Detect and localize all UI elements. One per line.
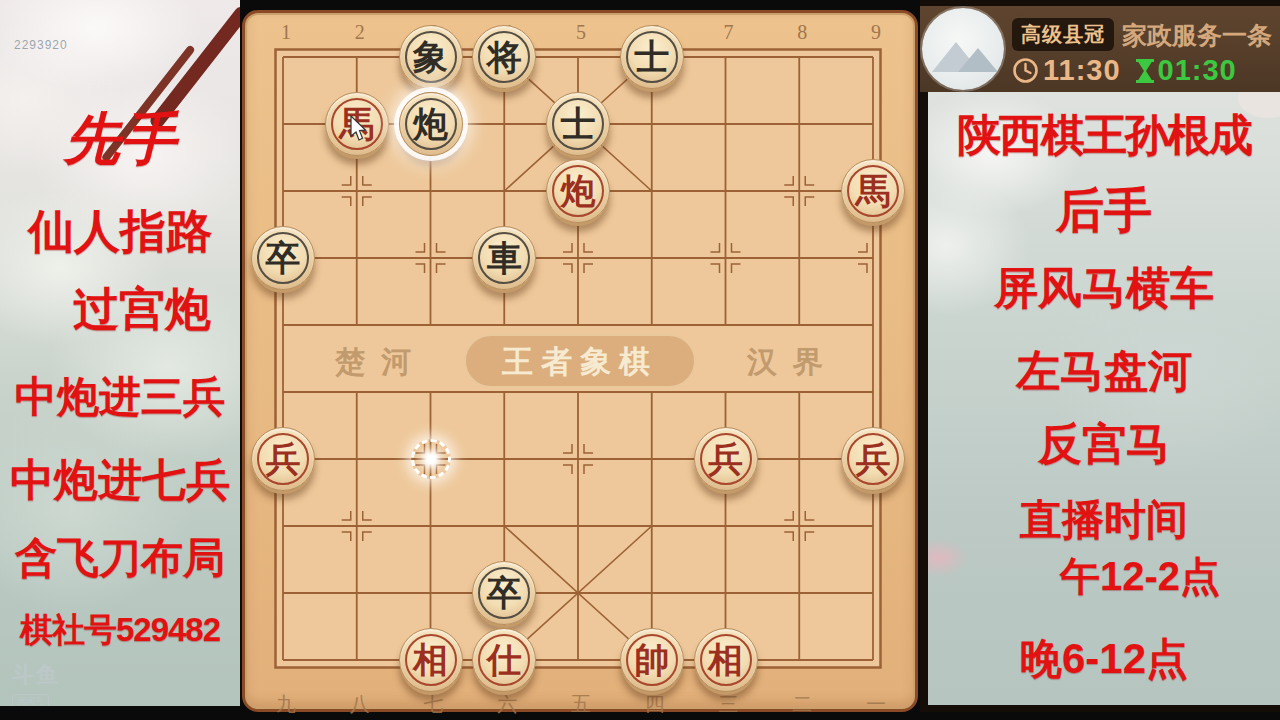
mouse-cursor-icon (350, 115, 368, 142)
piece-red-相[interactable]: 相 (399, 628, 463, 692)
streamer-avatar[interactable] (922, 8, 1004, 90)
mountain-icon-small (958, 48, 998, 72)
piece-glyph: 兵 (252, 428, 314, 490)
piece-glyph: 兵 (695, 428, 757, 490)
streamer-bar: 高级县冠 家政服务一条 11:30 01:30 (920, 6, 1280, 92)
piece-red-帥[interactable]: 帥 (620, 628, 684, 692)
left-caption-opening-2: 过宫炮 (0, 279, 240, 341)
right-caption-opening-1: 屏风马横车 (928, 259, 1280, 318)
piece-black-炮[interactable]: 炮 (399, 92, 463, 156)
piece-red-兵[interactable]: 兵 (251, 427, 315, 491)
piece-glyph: 仕 (473, 629, 535, 691)
piece-red-馬[interactable]: 馬 (841, 159, 905, 223)
piece-black-象[interactable]: 象 (399, 25, 463, 89)
right-caption-area: 陕西棋王孙根成 后手 屏风马横车 左马盘河 反宫马 直播时间 午12-2点 晚6… (928, 92, 1280, 705)
clock-row: 11:30 01:30 (1012, 54, 1237, 87)
stream-schedule-noon: 午12-2点 (928, 549, 1280, 604)
left-caption-first-move: 先手 (0, 102, 240, 178)
piece-glyph: 兵 (842, 428, 904, 490)
clock-icon (1012, 57, 1039, 84)
piece-glyph: 相 (695, 629, 757, 691)
file-label-bottom-4: 六 (497, 691, 517, 718)
room-id-watermark: 2293920 (14, 38, 68, 52)
xiangqi-board[interactable]: 楚河 汉界 王者象棋 123456789 九八七六五四三二一 象将士馬炮士炮馬卒… (242, 10, 918, 712)
piece-black-士[interactable]: 士 (546, 92, 610, 156)
piece-glyph: 卒 (252, 227, 314, 289)
piece-glyph: 炮 (400, 93, 462, 155)
piece-red-炮[interactable]: 炮 (546, 159, 610, 223)
file-label-bottom-5: 五 (571, 691, 591, 718)
piece-red-馬[interactable]: 馬 (325, 92, 389, 156)
file-label-bottom-1: 九 (276, 691, 296, 718)
hourglass-icon (1135, 58, 1155, 84)
room-label: 房间号 (12, 694, 49, 706)
piece-black-将[interactable]: 将 (472, 25, 536, 89)
piece-glyph: 象 (400, 26, 462, 88)
rank-badge: 高级县冠 (1012, 18, 1114, 51)
piece-glyph: 士 (621, 26, 683, 88)
file-label-bottom-3: 七 (424, 691, 444, 718)
stream-title: 家政服务一条 (1122, 19, 1272, 52)
left-caption-opening-5: 含飞刀布局 (0, 530, 240, 586)
piece-black-卒[interactable]: 卒 (251, 226, 315, 290)
left-caption-opening-1: 仙人指路 (0, 201, 240, 263)
file-label-bottom-2: 八 (350, 691, 370, 718)
right-caption-opening-2: 左马盘河 (928, 342, 1280, 401)
screen: 2293920 先手 仙人指路 过宫炮 中炮进三兵 中炮进七兵 含飞刀布局 棋社… (0, 0, 1280, 720)
piece-glyph: 車 (473, 227, 535, 289)
piece-black-士[interactable]: 士 (620, 25, 684, 89)
left-caption-club-id: 棋社号529482 (0, 608, 240, 653)
countdown-time: 01:30 (1158, 54, 1237, 87)
piece-black-卒[interactable]: 卒 (472, 561, 536, 625)
piece-black-車[interactable]: 車 (472, 226, 536, 290)
left-caption-opening-4: 中炮进七兵 (0, 451, 240, 510)
piece-glyph: 相 (400, 629, 462, 691)
elapsed-time: 11:30 (1043, 54, 1121, 87)
piece-glyph: 炮 (547, 160, 609, 222)
piece-glyph: 帥 (621, 629, 683, 691)
stream-schedule-evening: 晚6-12点 (928, 631, 1280, 687)
piece-glyph: 士 (547, 93, 609, 155)
douyu-logo: 斗鱼 (12, 660, 63, 690)
douyu-watermark: 斗鱼 房间号 2293920 (12, 660, 63, 706)
opponent-name: 陕西棋王孙根成 (928, 106, 1280, 165)
file-label-bottom-9: 一 (866, 691, 886, 718)
piece-red-兵[interactable]: 兵 (694, 427, 758, 491)
piece-glyph: 卒 (473, 562, 535, 624)
file-label-bottom-6: 四 (645, 691, 665, 718)
left-info-panel: 2293920 先手 仙人指路 过宫炮 中炮进三兵 中炮进七兵 含飞刀布局 棋社… (0, 0, 240, 706)
right-caption-second-move: 后手 (928, 179, 1280, 243)
right-caption-opening-3: 反宫马 (928, 415, 1280, 474)
piece-glyph: 馬 (842, 160, 904, 222)
target-reticle-marker (411, 439, 451, 479)
piece-red-仕[interactable]: 仕 (472, 628, 536, 692)
left-caption-opening-3: 中炮进三兵 (0, 369, 240, 425)
piece-grid: 象将士馬炮士炮馬卒車兵兵兵卒相仕帥相 (246, 24, 910, 694)
piece-red-兵[interactable]: 兵 (841, 427, 905, 491)
stream-schedule-title: 直播时间 (928, 492, 1280, 548)
piece-red-相[interactable]: 相 (694, 628, 758, 692)
file-label-bottom-8: 二 (792, 691, 812, 718)
piece-glyph: 将 (473, 26, 535, 88)
right-info-panel: 高级县冠 家政服务一条 11:30 01:30 陕西棋王孙根成 后手 屏风马 (920, 0, 1280, 712)
file-label-bottom-7: 三 (719, 691, 739, 718)
